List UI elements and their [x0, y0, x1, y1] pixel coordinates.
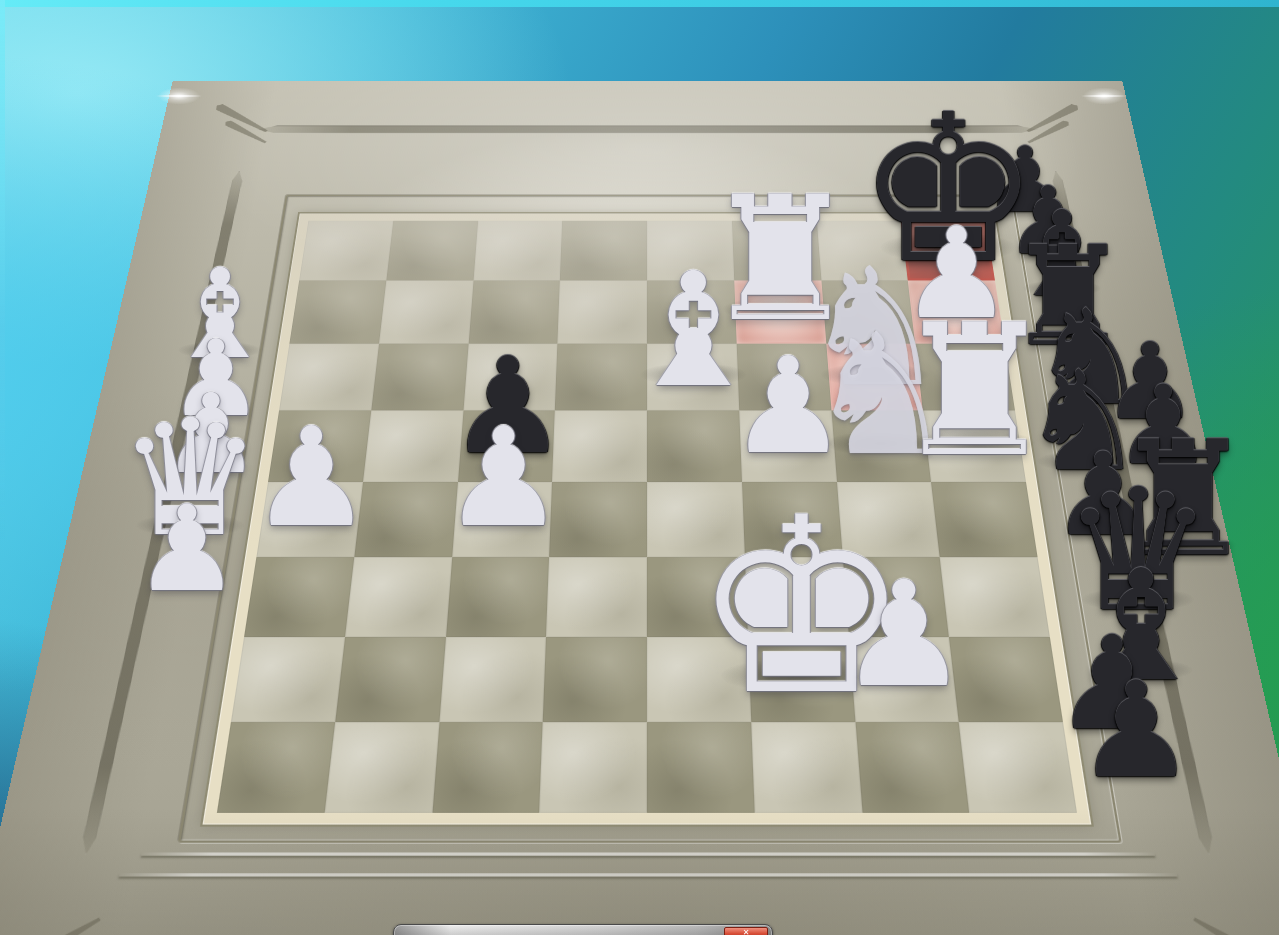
captured-black-pawn-14[interactable]: ♟: [1077, 664, 1196, 797]
square-d1[interactable]: [539, 722, 647, 813]
square-c2[interactable]: [439, 637, 546, 722]
corner-flourish-bottom-right: [1135, 899, 1279, 935]
square-b8[interactable]: [386, 221, 478, 281]
white-pawn-a4[interactable]: ♟: [250, 409, 373, 546]
board-front-rim: [141, 852, 1155, 855]
table-front-rim: [119, 873, 1177, 876]
dialog-close-button[interactable]: ✕: [724, 927, 768, 935]
square-b3[interactable]: [345, 557, 452, 637]
dialog-titlebar[interactable]: ✕: [393, 924, 773, 935]
screen-top-edge: [0, 0, 1279, 7]
square-a8[interactable]: [299, 221, 393, 281]
white-pawn-g2[interactable]: ♟: [839, 563, 970, 709]
screen-left-edge: [0, 0, 5, 540]
square-a2[interactable]: [231, 637, 345, 722]
white-pawn-f5[interactable]: ♟: [728, 340, 847, 473]
captured-white-pawn-5[interactable]: ♟: [134, 490, 240, 609]
square-a7[interactable]: [289, 281, 386, 344]
white-pawn-c4[interactable]: ♟: [442, 409, 565, 546]
square-a1[interactable]: [217, 722, 335, 813]
square-c1[interactable]: [432, 722, 543, 813]
square-d3[interactable]: [546, 557, 647, 637]
square-c3[interactable]: [446, 557, 550, 637]
square-b2[interactable]: [335, 637, 446, 722]
square-d2[interactable]: [543, 637, 647, 722]
corner-flourish-bottom-left: [1, 899, 159, 935]
square-b1[interactable]: [324, 722, 439, 813]
square-c8[interactable]: [473, 221, 562, 281]
chess-titans-scene: ♚♟♜♟♝♞♞♟♜♟♟♚♟♝♟♟♛♟♟♟♝♜♞♟♞♟♟♜♛♝♟♟ ✕: [0, 0, 1279, 935]
corner-flourish-top-left: [201, 111, 312, 153]
